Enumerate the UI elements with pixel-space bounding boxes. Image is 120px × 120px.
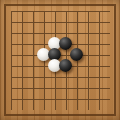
black-stone[interactable] — [59, 37, 72, 50]
black-stone[interactable] — [70, 48, 83, 61]
game-board[interactable] — [0, 0, 120, 120]
stones-grid[interactable] — [6, 6, 116, 116]
black-stone[interactable] — [59, 59, 72, 72]
